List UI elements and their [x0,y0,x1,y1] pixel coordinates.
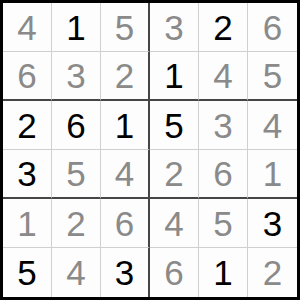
sudoku-cell-r3c5[interactable]: 3 [199,101,248,150]
sudoku-cell-r3c3[interactable]: 1 [101,101,150,150]
sudoku-cell-r1c3[interactable]: 5 [101,3,150,52]
sudoku-cell-r6c5[interactable]: 1 [199,248,248,297]
sudoku-cell-r5c5[interactable]: 5 [199,199,248,248]
sudoku-cell-r2c5[interactable]: 4 [199,52,248,101]
sudoku-cell-r6c4[interactable]: 6 [150,248,199,297]
sudoku-cell-r3c4[interactable]: 5 [150,101,199,150]
sudoku-cell-r4c1[interactable]: 3 [3,150,52,199]
sudoku-cell-r2c3[interactable]: 2 [101,52,150,101]
sudoku-cell-r1c4[interactable]: 3 [150,3,199,52]
sudoku-cell-r1c2[interactable]: 1 [52,3,101,52]
sudoku-cell-r3c6[interactable]: 4 [248,101,297,150]
sudoku-cell-r2c6[interactable]: 5 [248,52,297,101]
sudoku-cell-r4c3[interactable]: 4 [101,150,150,199]
sudoku-cell-r4c4[interactable]: 2 [150,150,199,199]
sudoku-cell-r5c6[interactable]: 3 [248,199,297,248]
sudoku-cell-r5c1[interactable]: 1 [3,199,52,248]
sudoku-cell-r5c4[interactable]: 4 [150,199,199,248]
sudoku-cell-r6c2[interactable]: 4 [52,248,101,297]
sudoku-cell-r1c5[interactable]: 2 [199,3,248,52]
sudoku-cell-r3c2[interactable]: 6 [52,101,101,150]
sudoku-cell-r2c1[interactable]: 6 [3,52,52,101]
sudoku-cell-r3c1[interactable]: 2 [3,101,52,150]
sudoku-cell-r4c6[interactable]: 1 [248,150,297,199]
sudoku-cell-r4c2[interactable]: 5 [52,150,101,199]
sudoku-board: 415326632145261534354261126453543612 [0,0,300,300]
sudoku-cell-r6c6[interactable]: 2 [248,248,297,297]
sudoku-cell-r2c2[interactable]: 3 [52,52,101,101]
sudoku-cell-r5c2[interactable]: 2 [52,199,101,248]
sudoku-cell-r1c6[interactable]: 6 [248,3,297,52]
sudoku-cell-r6c3[interactable]: 3 [101,248,150,297]
sudoku-cell-r5c3[interactable]: 6 [101,199,150,248]
sudoku-cell-r4c5[interactable]: 6 [199,150,248,199]
sudoku-cell-r2c4[interactable]: 1 [150,52,199,101]
sudoku-cell-r1c1[interactable]: 4 [3,3,52,52]
sudoku-cell-r6c1[interactable]: 5 [3,248,52,297]
